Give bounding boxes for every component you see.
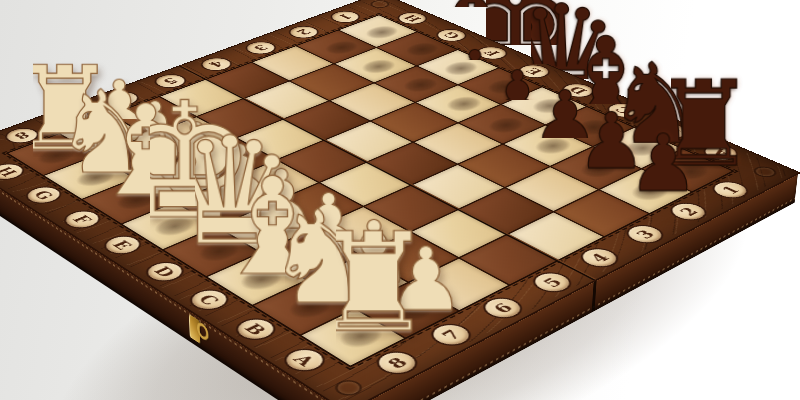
rook-glyph: ♜ (312, 221, 434, 346)
coordinate-label: 4 (576, 246, 623, 270)
coordinate-label: 5 (528, 270, 575, 295)
coordinate-label: 1 (708, 179, 752, 200)
coordinate-label: D (142, 260, 189, 284)
coordinate-label: A (279, 346, 329, 374)
chess-board: 88HH77GG66FF55EE44DD33CC22BB11AA♜♞♝♚♛♝♞♜… (0, 0, 798, 400)
coordinate-label: B (231, 316, 280, 343)
light-rook-A8[interactable]: ♜ (336, 147, 411, 347)
coordinate-label: E (100, 233, 145, 256)
coordinate-label: F (60, 208, 104, 230)
square-B4[interactable] (460, 188, 552, 233)
coordinate-label: 6 (478, 295, 526, 321)
coordinate-label: 3 (622, 223, 668, 246)
coordinate-label: C (185, 287, 233, 313)
dark-pawn-A2[interactable]: ♟ (630, 24, 696, 200)
pawn-glyph: ♟ (628, 127, 699, 199)
square-A5[interactable] (460, 235, 556, 285)
coordinate-label: 8 (372, 349, 423, 377)
coordinate-label: 2 (666, 201, 711, 223)
perspective-wrapper: 88HH77GG66FF55EE44DD33CC22BB11AA♜♞♝♚♛♝♞♜… (0, 0, 800, 400)
chess-set-photo: 88HH77GG66FF55EE44DD33CC22BB11AA♜♞♝♚♛♝♞♜… (0, 0, 800, 400)
coordinate-label: G (22, 184, 65, 205)
fold-seam-side (592, 279, 597, 313)
coordinate-label: H (0, 162, 28, 182)
